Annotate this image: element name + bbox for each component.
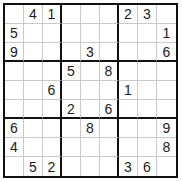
cell-r2c7[interactable] (119, 24, 138, 43)
cell-r2c1[interactable]: 5 (5, 24, 24, 43)
cell-r6c4[interactable]: 2 (62, 100, 81, 119)
cell-r9c2[interactable]: 5 (24, 157, 43, 176)
cell-r4c7[interactable] (119, 62, 138, 81)
cell-r3c2[interactable] (24, 43, 43, 62)
cell-r8c3[interactable] (43, 138, 62, 157)
cell-r4c2[interactable] (24, 62, 43, 81)
cell-r2c9[interactable]: 1 (157, 24, 176, 43)
cell-r5c4[interactable] (62, 81, 81, 100)
cell-r7c4[interactable] (62, 119, 81, 138)
cell-r9c9[interactable] (157, 157, 176, 176)
cell-r5c3[interactable]: 6 (43, 81, 62, 100)
cell-r7c5[interactable]: 8 (81, 119, 100, 138)
cell-r6c2[interactable] (24, 100, 43, 119)
cell-r5c1[interactable] (5, 81, 24, 100)
cell-r4c3[interactable] (43, 62, 62, 81)
cell-r9c7[interactable]: 3 (119, 157, 138, 176)
cell-r9c8[interactable]: 6 (138, 157, 157, 176)
cell-r7c8[interactable] (138, 119, 157, 138)
cell-r4c6[interactable]: 8 (100, 62, 119, 81)
cell-r5c7[interactable]: 1 (119, 81, 138, 100)
cell-r3c3[interactable] (43, 43, 62, 62)
cell-r1c8[interactable]: 3 (138, 5, 157, 24)
cell-r4c5[interactable] (81, 62, 100, 81)
cell-r3c6[interactable] (100, 43, 119, 62)
cell-r1c4[interactable] (62, 5, 81, 24)
cell-r7c6[interactable] (100, 119, 119, 138)
cell-r8c5[interactable] (81, 138, 100, 157)
cell-r4c4[interactable]: 5 (62, 62, 81, 81)
cell-r5c2[interactable] (24, 81, 43, 100)
cell-r4c9[interactable] (157, 62, 176, 81)
cell-r2c3[interactable] (43, 24, 62, 43)
cell-r4c1[interactable] (5, 62, 24, 81)
cell-r6c9[interactable] (157, 100, 176, 119)
cell-r5c5[interactable] (81, 81, 100, 100)
cell-r1c2[interactable]: 4 (24, 5, 43, 24)
cell-r3c9[interactable]: 6 (157, 43, 176, 62)
cell-r6c6[interactable]: 6 (100, 100, 119, 119)
cell-r1c5[interactable] (81, 5, 100, 24)
cell-r6c7[interactable] (119, 100, 138, 119)
cell-r8c8[interactable] (138, 138, 157, 157)
cell-r7c9[interactable]: 9 (157, 119, 176, 138)
cell-r9c5[interactable] (81, 157, 100, 176)
cell-r1c9[interactable] (157, 5, 176, 24)
cell-r6c3[interactable] (43, 100, 62, 119)
cell-r8c6[interactable] (100, 138, 119, 157)
cell-r7c3[interactable] (43, 119, 62, 138)
cell-r5c9[interactable] (157, 81, 176, 100)
cell-r9c6[interactable] (100, 157, 119, 176)
cell-r1c7[interactable]: 2 (119, 5, 138, 24)
cell-r8c1[interactable]: 4 (5, 138, 24, 157)
cell-r2c8[interactable] (138, 24, 157, 43)
cell-r3c5[interactable]: 3 (81, 43, 100, 62)
cell-r7c7[interactable] (119, 119, 138, 138)
cell-r4c8[interactable] (138, 62, 157, 81)
cell-r1c6[interactable] (100, 5, 119, 24)
cell-r8c7[interactable] (119, 138, 138, 157)
cell-r6c1[interactable] (5, 100, 24, 119)
cell-r8c2[interactable] (24, 138, 43, 157)
cell-r5c8[interactable] (138, 81, 157, 100)
cell-r3c1[interactable]: 9 (5, 43, 24, 62)
cell-r2c6[interactable] (100, 24, 119, 43)
cell-r6c8[interactable] (138, 100, 157, 119)
cell-r7c2[interactable] (24, 119, 43, 138)
cell-r1c3[interactable]: 1 (43, 5, 62, 24)
cell-r9c3[interactable]: 2 (43, 157, 62, 176)
cell-r1c1[interactable] (5, 5, 24, 24)
cell-r8c4[interactable] (62, 138, 81, 157)
cell-r9c1[interactable] (5, 157, 24, 176)
cell-r9c4[interactable] (62, 157, 81, 176)
cell-r7c1[interactable]: 6 (5, 119, 24, 138)
cell-r3c7[interactable] (119, 43, 138, 62)
cell-r6c5[interactable] (81, 100, 100, 119)
cell-r3c8[interactable] (138, 43, 157, 62)
cell-r5c6[interactable] (100, 81, 119, 100)
cell-r2c5[interactable] (81, 24, 100, 43)
cell-r2c4[interactable] (62, 24, 81, 43)
sudoku-board: 412351936586126689485236 (3, 3, 178, 178)
cell-r8c9[interactable]: 8 (157, 138, 176, 157)
cell-r2c2[interactable] (24, 24, 43, 43)
cell-r3c4[interactable] (62, 43, 81, 62)
